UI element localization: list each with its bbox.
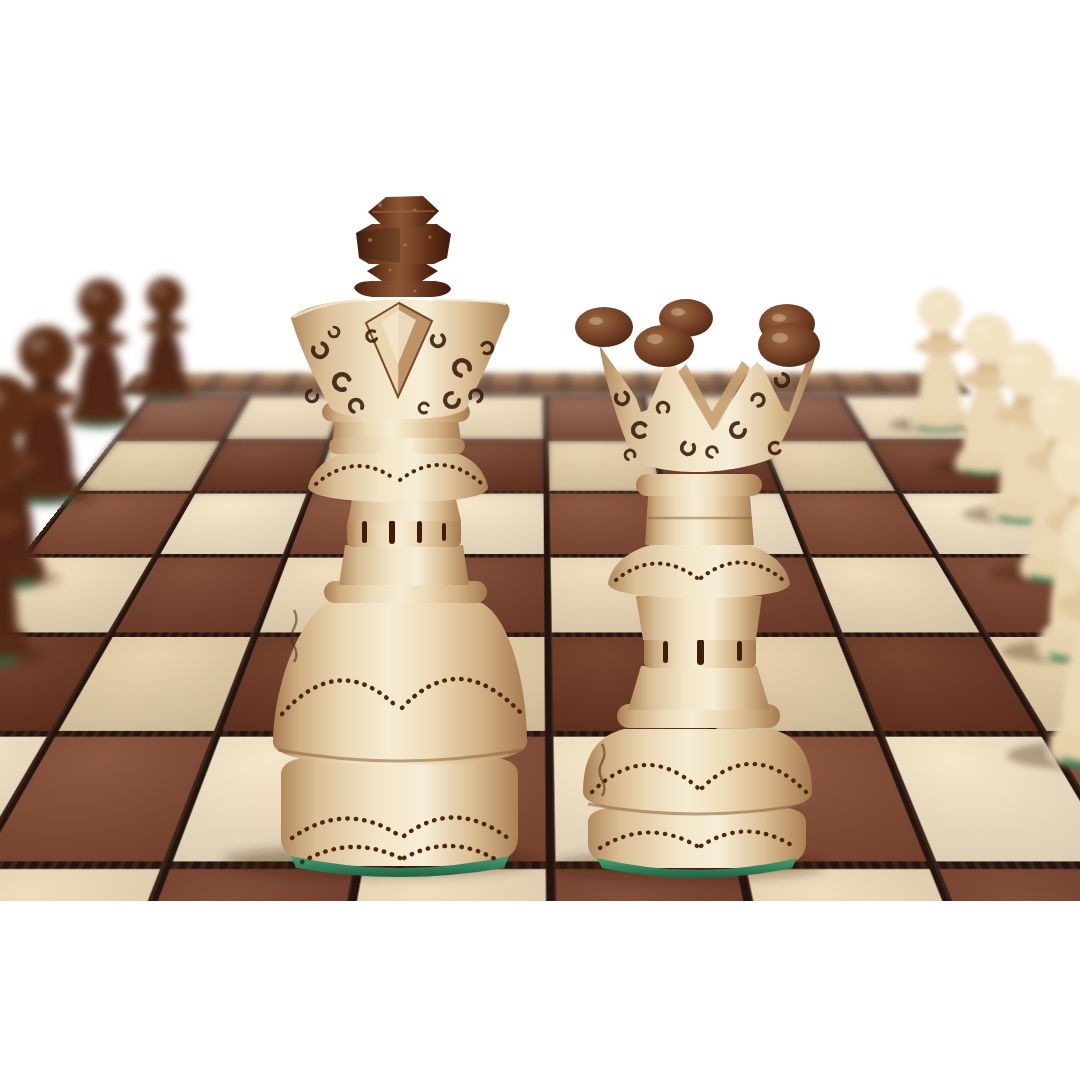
queen-shoulder bbox=[608, 543, 790, 598]
photo-bottom-margin bbox=[0, 901, 1080, 1080]
king-base-bulge bbox=[273, 601, 527, 765]
king-shoulder bbox=[308, 449, 488, 502]
cream-pawn bbox=[890, 289, 979, 432]
brown-pawn bbox=[122, 277, 198, 400]
queen-stem bbox=[628, 666, 770, 710]
king-waist bbox=[348, 499, 461, 521]
white-king: Cream wooden king with pyrographed leopa… bbox=[223, 196, 533, 877]
king-upper-cylinder bbox=[339, 545, 469, 585]
brown-pawn-group: Brown wooden pawns, out of focus, green … bbox=[0, 277, 198, 668]
cream-pawn-group: Cream wooden pawns, out of focus, green … bbox=[890, 289, 1080, 770]
queen-neck bbox=[645, 496, 754, 545]
white-queen: Cream wooden queen, crown prongs tipped … bbox=[553, 299, 823, 879]
product-photo: Brown wooden pawns, out of focus, green … bbox=[0, 0, 1080, 1080]
queen-waist bbox=[636, 596, 762, 640]
queen-crown-balls bbox=[575, 299, 820, 367]
king-base-drum bbox=[281, 758, 518, 866]
king-finial bbox=[354, 196, 451, 297]
